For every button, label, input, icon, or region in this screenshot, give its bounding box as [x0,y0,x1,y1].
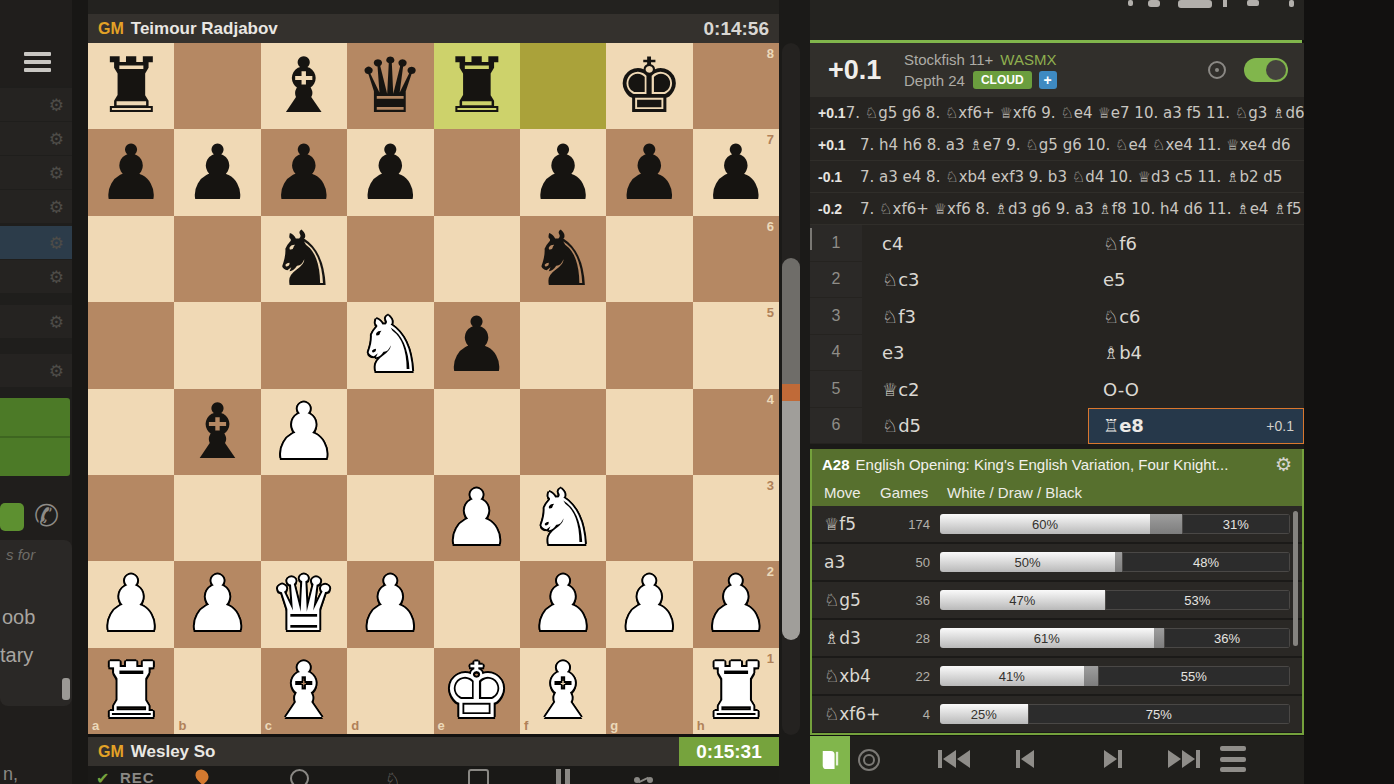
square-f5[interactable] [520,302,606,388]
square-h4[interactable]: 4 [693,389,779,475]
knight-icon[interactable]: ♘ [385,769,400,784]
white-pawn-g2[interactable]: ♟ [606,561,692,647]
white-pawn-b2[interactable]: ♟ [174,561,260,647]
explorer-games-count: 50 [894,555,930,570]
board-icon[interactable] [468,769,489,784]
white-queen-c2[interactable]: ♛ [261,561,347,647]
square-g5[interactable] [606,302,692,388]
sidebar-green-banner[interactable] [0,398,70,476]
line-moves: 7. ♘xf6+ ♕xf6 8. ♗d3 g6 9. a3 ♗f8 10. h4… [860,200,1301,218]
line-moves: 7. a3 e4 8. ♘xb4 exf3 9. b3 ♘d4 10. ♕d3 … [860,168,1282,186]
square-f2[interactable]: ♟ [520,561,606,647]
black-score-segment: 53% [1105,590,1291,610]
draw-segment [1150,514,1182,534]
player-bar-top: GM Teimour Radjabov 0:14:56 [88,14,779,43]
square-e4[interactable] [434,389,520,475]
black-queen-d8[interactable]: ♛ [347,43,433,129]
previous-move-button[interactable] [1016,750,1034,768]
black-pawn-a7[interactable]: ♟ [88,129,174,215]
square-e6[interactable] [434,216,520,302]
square-a1[interactable]: ♜a [88,648,174,734]
explorer-column-headers: Move Games White / Draw / Black [812,479,1302,506]
black-king-g8[interactable]: ♚ [606,43,692,129]
cropped-icon[interactable] [1223,0,1227,7]
chess-board[interactable]: ♜♝♛♜♚8♟♟♟♟♟♟♟7♞♞6♞♟5♝♟4♟♞3♟♟♛♟♟♟♟2♜ab♝cd… [88,43,779,734]
scrollbar-marker-orange[interactable] [782,384,800,401]
engine-depth: Depth 24 [904,72,965,89]
black-knight-f6[interactable]: ♞ [520,216,606,302]
move-number: 6 [810,408,862,445]
black-move[interactable]: O-O [1088,371,1304,408]
square-b5[interactable] [174,302,260,388]
white-king-e1[interactable]: ♚ [434,648,520,734]
opening-book-button[interactable] [810,736,850,784]
square-c7[interactable]: ♟ [261,129,347,215]
explorer-move[interactable]: ♘g5 [812,590,894,610]
explorer-games-count: 22 [894,669,930,684]
sidebar-text-fragment: n, [3,764,18,784]
white-knight-d5[interactable]: ♞ [347,302,433,388]
coord-rank-7: 7 [767,132,774,147]
square-b7[interactable]: ♟ [174,129,260,215]
sidebar-list-item[interactable]: tary [0,644,33,667]
player-clock-bottom: 0:15:31 [679,737,779,766]
player-title-bottom: GM [98,743,124,761]
square-b4[interactable]: ♝ [174,389,260,475]
eco-code: A28 [822,456,850,473]
wdb-bar: 41%55% [940,666,1290,686]
selected-move-eval: +0.1 [1266,418,1294,434]
sidebar-settings-row[interactable]: ⚙ [0,354,72,387]
record-target-icon[interactable] [858,749,880,771]
move-number: 3 [810,298,862,335]
movelist-scrollbar[interactable] [810,228,812,250]
square-c3[interactable] [261,475,347,561]
line-eval: +0.1 [818,105,846,121]
sidebar-settings-row[interactable]: ⚙ [0,156,72,189]
bottom-icon-strip: ✔ REC ♘ [88,766,779,784]
explorer-row[interactable]: ♘xf6+425%75% [812,696,1302,732]
square-f6[interactable]: ♞ [520,216,606,302]
page-gutter [779,0,810,784]
black-move[interactable]: ♗b4 [1088,335,1304,372]
square-b6[interactable] [174,216,260,302]
explorer-row[interactable]: ♗d32861%36% [812,620,1302,656]
black-pawn-d7[interactable]: ♟ [347,129,433,215]
engine-line-2[interactable]: +0.17. h4 h6 8. a3 ♗e7 9. ♘g5 g6 10. ♘e4… [810,129,1304,161]
scrollbar-thumb-top[interactable] [782,258,800,384]
square-h7[interactable]: ♟7 [693,129,779,215]
opening-name: English Opening: King's English Variatio… [856,456,1267,473]
move-row: 4e3♗b4 [810,335,1304,372]
move-number: 4 [810,335,862,372]
move-row: 6♘d5♖e8+0.1 [810,408,1304,445]
square-d2[interactable]: ♟ [347,561,433,647]
player-clock-top: 0:14:56 [704,18,770,40]
black-rook-a8[interactable]: ♜ [88,43,174,129]
gear-icon: ⚙ [49,129,64,149]
white-score-segment: 25% [940,704,1028,724]
sidebar-settings-row[interactable]: ⚙ [0,260,72,293]
explorer-games-count: 28 [894,631,930,646]
explorer-games-count: 4 [894,707,930,722]
coord-file-d: d [351,718,359,733]
coord-file-c: c [265,718,272,733]
explorer-move[interactable]: ♕f5 [812,514,894,534]
explorer-row[interactable]: a35050%48% [812,544,1302,580]
explorer-rows: ♕f517460%31%a35050%48%♘g53647%53%♗d32861… [812,506,1302,732]
square-e7[interactable] [434,129,520,215]
move-number: 2 [810,262,862,299]
player-title-top: GM [98,20,124,38]
opening-explorer: A28 English Opening: King's English Vari… [810,449,1304,735]
player-name-top: Teimour Radjabov [131,19,278,39]
draw-segment [1084,666,1098,686]
white-move[interactable]: c4 [862,225,1088,262]
square-d1[interactable]: d [347,648,433,734]
sidebar-settings-row[interactable]: ⚙ [0,305,72,338]
panel-top-strip [810,0,1304,40]
square-c1[interactable]: ♝c [261,648,347,734]
sidebar-menu-icon[interactable] [24,52,51,72]
black-bishop-b4[interactable]: ♝ [174,389,260,475]
draw-segment [1154,628,1165,648]
gear-icon: ⚙ [49,163,64,183]
sidebar-edge [72,0,88,784]
explorer-move[interactable]: ♘xb4 [812,666,894,686]
square-d7[interactable]: ♟ [347,129,433,215]
square-g6[interactable] [606,216,692,302]
square-e5[interactable]: ♟ [434,302,520,388]
square-f3[interactable]: ♞ [520,475,606,561]
square-e1[interactable]: ♚e [434,648,520,734]
explorer-header: A28 English Opening: King's English Vari… [812,449,1302,479]
square-a8[interactable]: ♜ [88,43,174,129]
white-score-segment: 50% [940,552,1115,572]
move-number: 1 [810,225,862,262]
square-c4[interactable]: ♟ [261,389,347,475]
square-h8[interactable]: 8 [693,43,779,129]
coord-rank-5: 5 [767,305,774,320]
white-pawn-d2[interactable]: ♟ [347,561,433,647]
col-white-draw-black: White / Draw / Black [947,484,1082,501]
coord-file-b: b [178,718,186,733]
explorer-row[interactable]: ♕f517460%31% [812,506,1302,542]
square-f8[interactable] [520,43,606,129]
col-games: Games [880,484,935,501]
engine-eval: +0.1 [828,55,904,86]
black-pawn-c7[interactable]: ♟ [261,129,347,215]
cloud-badge: CLOUD [973,71,1032,89]
rec-label: REC [120,769,155,784]
square-g2[interactable]: ♟ [606,561,692,647]
square-h5[interactable]: 5 [693,302,779,388]
engine-name: Stockfish 11+ [904,51,993,68]
explorer-scrollbar[interactable] [1293,511,1298,646]
white-rook-a1[interactable]: ♜ [88,648,174,734]
square-c2[interactable]: ♛ [261,561,347,647]
square-h2[interactable]: ♟2 [693,561,779,647]
sidebar-list-item[interactable]: oob [2,606,35,629]
coord-file-a: a [92,718,99,733]
cropped-icon[interactable] [1128,0,1133,6]
coord-file-e: e [438,718,445,733]
add-line-button[interactable]: + [1039,71,1057,89]
coord-file-g: g [610,718,618,733]
white-pawn-c4[interactable]: ♟ [261,389,347,475]
coord-file-f: f [524,718,528,733]
black-knight-c6[interactable]: ♞ [261,216,347,302]
coord-rank-3: 3 [767,478,774,493]
white-score-segment: 61% [940,628,1154,648]
square-d5[interactable]: ♞ [347,302,433,388]
move-row: 2♘c3e5 [810,262,1304,299]
square-a4[interactable] [88,389,174,475]
black-rook-e8[interactable]: ♜ [434,43,520,129]
white-move[interactable]: ♘d5 [862,408,1088,445]
square-g7[interactable]: ♟ [606,129,692,215]
black-bishop-c8[interactable]: ♝ [261,43,347,129]
square-g4[interactable] [606,389,692,475]
square-e3[interactable]: ♟ [434,475,520,561]
square-g1[interactable]: g [606,648,692,734]
line-eval: +0.1 [818,137,860,153]
explorer-move[interactable]: ♘xf6+ [812,704,894,724]
engine-tech: WASMX [1000,51,1056,68]
sidebar-settings-row[interactable]: ⚙ [0,190,72,223]
gear-icon: ⚙ [49,95,64,115]
player-bar-bottom: GM Wesley So 0:15:31 [88,737,779,766]
white-knight-f3[interactable]: ♞ [520,475,606,561]
black-move[interactable]: e5 [1088,262,1304,299]
explorer-row[interactable]: ♘g53647%53% [812,582,1302,618]
sidebar-settings-row-active[interactable]: ⚙ [0,226,72,259]
check-icon: ✔ [96,769,109,784]
white-pawn-a2[interactable]: ♟ [88,561,174,647]
engine-line-4[interactable]: -0.27. ♘xf6+ ♕xf6 8. ♗d3 g6 9. a3 ♗f8 10… [810,193,1304,225]
circle-icon[interactable] [290,769,309,784]
black-move-selected[interactable]: ♖e8+0.1 [1088,408,1304,445]
sidebar-text-panel: s for oob tary [0,540,72,706]
coord-rank-6: 6 [767,219,774,234]
engine-lines: +0.17. ♘g5 g6 8. ♘xf6+ ♕xf6 9. ♘e4 ♕e7 1… [810,97,1304,225]
black-score-segment: 31% [1182,514,1291,534]
col-move: Move [824,484,880,501]
player-name-bottom: Wesley So [131,742,216,762]
square-f7[interactable]: ♟ [520,129,606,215]
square-e2[interactable] [434,561,520,647]
cropped-user-icon[interactable] [1148,0,1160,7]
white-move[interactable]: ♘f3 [862,298,1088,335]
coord-rank-2: 2 [767,564,774,579]
white-pawn-e3[interactable]: ♟ [434,475,520,561]
explorer-settings-gear-icon[interactable]: ⚙ [1275,453,1292,475]
square-c5[interactable] [261,302,347,388]
square-d3[interactable] [347,475,433,561]
toolbar-menu-icon[interactable] [1220,746,1246,772]
square-b8[interactable] [174,43,260,129]
black-pawn-b7[interactable]: ♟ [174,129,260,215]
square-h6[interactable]: 6 [693,216,779,302]
next-move-button[interactable] [1104,750,1122,768]
square-e8[interactable]: ♜ [434,43,520,129]
white-move[interactable]: ♘c3 [862,262,1088,299]
square-a6[interactable] [88,216,174,302]
square-a3[interactable] [88,475,174,561]
square-d6[interactable] [347,216,433,302]
wdb-bar: 61%36% [940,628,1290,648]
coord-file-h: h [697,718,705,733]
square-a5[interactable] [88,302,174,388]
square-b1[interactable]: b [174,648,260,734]
gear-icon: ⚙ [49,267,64,287]
cropped-icon[interactable] [1247,0,1259,6]
toggle-knob [1266,60,1286,80]
square-f1[interactable]: ♝f [520,648,606,734]
line-eval: -0.2 [818,201,860,217]
sidebar-settings-row[interactable]: ⚙ [0,88,72,121]
engine-toggle[interactable] [1244,58,1288,82]
square-c6[interactable]: ♞ [261,216,347,302]
black-score-segment: 48% [1122,552,1290,572]
black-score-segment: 36% [1164,628,1290,648]
black-move[interactable]: ♘f6 [1088,225,1304,262]
square-h3[interactable]: 3 [693,475,779,561]
white-score-segment: 60% [940,514,1150,534]
board-top-strip [88,0,779,14]
scrollbar-thumb-bottom[interactable] [782,401,800,640]
gear-icon: ⚙ [49,197,64,217]
right-black-column [1304,0,1394,784]
line-moves: 7. h4 h6 8. a3 ♗e7 9. ♘g5 g6 10. ♘e4 ♘xe… [860,136,1291,154]
square-g8[interactable]: ♚ [606,43,692,129]
phone-icon[interactable]: ✆ [34,498,59,533]
square-d8[interactable]: ♛ [347,43,433,129]
sidebar-green-button[interactable] [0,503,24,531]
pause-icon[interactable] [556,769,574,784]
wdb-bar: 50%48% [940,552,1290,572]
square-a2[interactable]: ♟ [88,561,174,647]
square-d4[interactable] [347,389,433,475]
coord-rank-1: 1 [767,651,774,666]
share-icon[interactable] [634,769,653,784]
wdb-bar: 47%53% [940,590,1290,610]
explorer-games-count: 36 [894,593,930,608]
line-eval: -0.1 [818,169,860,185]
square-g3[interactable] [606,475,692,561]
white-move[interactable]: e3 [862,335,1088,372]
sidebar-settings-row[interactable]: ⚙ [0,122,72,155]
left-sidebar: ⚙⚙⚙⚙⚙⚙⚙⚙ ✆ s for oob tary n, [0,0,88,784]
square-h1[interactable]: ♜1h [693,648,779,734]
pin-icon[interactable] [193,767,211,784]
explorer-move[interactable]: ♗d3 [812,628,894,648]
draw-segment [1115,552,1122,572]
sidebar-text-fragment: s for [6,546,35,563]
move-row: 1c4♘f6 [810,225,1304,262]
bottom-toolbar [810,736,1304,784]
go-to-end-button[interactable] [1168,750,1200,768]
gear-icon: ⚙ [49,233,64,253]
square-b2[interactable]: ♟ [174,561,260,647]
black-pawn-f7[interactable]: ♟ [520,129,606,215]
explorer-games-count: 174 [894,517,930,532]
explorer-row[interactable]: ♘xb42241%55% [812,658,1302,694]
wdb-bar: 60%31% [940,514,1290,534]
move-row: 5♕c2O-O [810,371,1304,408]
white-score-segment: 47% [940,590,1105,610]
square-a7[interactable]: ♟ [88,129,174,215]
black-score-segment: 55% [1098,666,1291,686]
black-pawn-e5[interactable]: ♟ [434,302,520,388]
line-moves: 7. ♘g5 g6 8. ♘xf6+ ♕xf6 9. ♘e4 ♕e7 10. a… [846,104,1305,122]
move-number: 5 [810,371,862,408]
square-b3[interactable] [174,475,260,561]
sidebar-settings-list: ⚙⚙⚙⚙⚙⚙⚙⚙ [0,86,72,406]
gear-icon: ⚙ [49,361,64,381]
white-bishop-f1[interactable]: ♝ [520,648,606,734]
white-score-segment: 41% [940,666,1084,686]
square-f4[interactable] [520,389,606,475]
white-pawn-f2[interactable]: ♟ [520,561,606,647]
coord-rank-4: 4 [767,392,774,407]
white-move[interactable]: ♕c2 [862,371,1088,408]
black-move[interactable]: ♘c6 [1088,298,1304,335]
black-pawn-g7[interactable]: ♟ [606,129,692,215]
go-to-start-button[interactable] [938,750,970,768]
move-list: 1c4♘f62♘c3e53♘f3♘c64e3♗b45♕c2O-O6♘d5♖e8+… [810,225,1304,444]
engine-line-1[interactable]: +0.17. ♘g5 g6 8. ♘xf6+ ♕xf6 9. ♘e4 ♕e7 1… [810,97,1304,129]
black-score-segment: 75% [1028,704,1291,724]
move-row: 3♘f3♘c6 [810,298,1304,335]
focus-icon[interactable] [1208,61,1226,79]
engine-header: +0.1 Stockfish 11+ WASMX Depth 24 CLOUD … [810,43,1304,97]
explorer-move[interactable]: a3 [812,552,894,572]
wdb-bar: 25%75% [940,704,1290,724]
cropped-icon[interactable] [1289,0,1294,7]
square-c8[interactable]: ♝ [261,43,347,129]
engine-line-3[interactable]: -0.17. a3 e4 8. ♘xb4 exf3 9. b3 ♘d4 10. … [810,161,1304,193]
sidebar-scrollbar[interactable] [62,678,70,700]
coord-rank-8: 8 [767,46,774,61]
cropped-video-icon[interactable] [1178,0,1212,8]
white-bishop-c1[interactable]: ♝ [261,648,347,734]
gear-icon: ⚙ [49,312,64,332]
book-icon [819,750,841,770]
